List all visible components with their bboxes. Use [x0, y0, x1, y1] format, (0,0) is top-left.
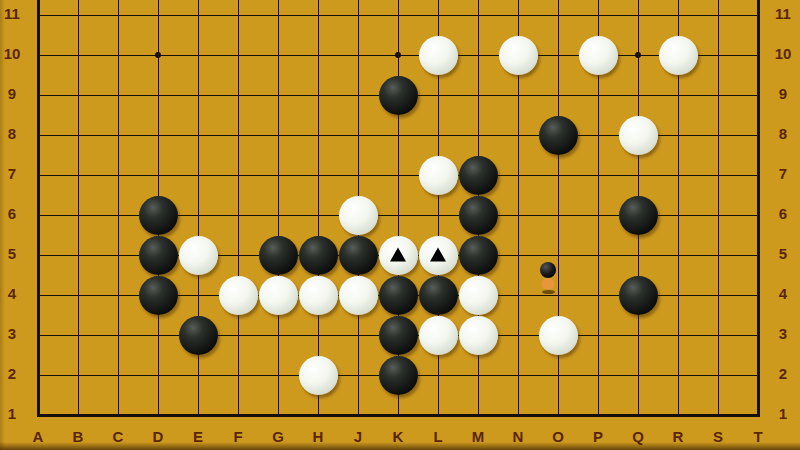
- point-L5[interactable]: [418, 235, 458, 275]
- point-Q5[interactable]: [618, 235, 658, 275]
- point-O10[interactable]: [538, 35, 578, 75]
- point-G2[interactable]: [258, 355, 298, 395]
- point-L4[interactable]: [418, 275, 458, 315]
- star-point-Q10: [635, 52, 641, 58]
- point-J2[interactable]: [338, 355, 378, 395]
- point-L6[interactable]: [418, 195, 458, 235]
- row-label-right-4: 4: [768, 285, 798, 302]
- white-stone-F4: [219, 276, 258, 315]
- board-right-edge: [757, 0, 760, 417]
- row-label-right-7: 7: [768, 165, 798, 182]
- white-stone-K5: [379, 236, 418, 275]
- black-stone-K3: [379, 316, 418, 355]
- black-stone-E3: [179, 316, 218, 355]
- point-D2[interactable]: [138, 355, 178, 395]
- point-M7[interactable]: [458, 155, 498, 195]
- point-N2[interactable]: [498, 355, 538, 395]
- point-J5[interactable]: [338, 235, 378, 275]
- point-S2[interactable]: [698, 355, 738, 395]
- left-edge-shading: [0, 0, 5, 450]
- point-M11[interactable]: [458, 0, 498, 35]
- triangle-marker-L5: [430, 247, 446, 261]
- point-L11[interactable]: [418, 0, 458, 35]
- point-P2[interactable]: [578, 355, 618, 395]
- point-P5[interactable]: [578, 235, 618, 275]
- point-S3[interactable]: [698, 315, 738, 355]
- black-stone-M5: [459, 236, 498, 275]
- point-G4[interactable]: [258, 275, 298, 315]
- go-board-screen: ABCDEFGHJKLMNOPQRST112233445566778899101…: [0, 0, 800, 450]
- point-E7[interactable]: [178, 155, 218, 195]
- point-H5[interactable]: [298, 235, 338, 275]
- black-stone-L4: [419, 276, 458, 315]
- point-Q3[interactable]: [618, 315, 658, 355]
- white-stone-L3: [419, 316, 458, 355]
- point-D10[interactable]: [138, 35, 178, 75]
- hand-holding-black-stone-cursor: [540, 262, 557, 295]
- point-N3[interactable]: [498, 315, 538, 355]
- point-G3[interactable]: [258, 315, 298, 355]
- black-stone-D5: [139, 236, 178, 275]
- point-O2[interactable]: [538, 355, 578, 395]
- row-label-right-3: 3: [768, 325, 798, 342]
- point-C2[interactable]: [98, 355, 138, 395]
- point-F8[interactable]: [218, 115, 258, 155]
- point-O6[interactable]: [538, 195, 578, 235]
- point-F7[interactable]: [218, 155, 258, 195]
- black-stone-G5: [259, 236, 298, 275]
- point-P3[interactable]: [578, 315, 618, 355]
- white-stone-J4: [339, 276, 378, 315]
- point-H9[interactable]: [298, 75, 338, 115]
- white-stone-L5: [419, 236, 458, 275]
- point-K4[interactable]: [378, 275, 418, 315]
- point-M6[interactable]: [458, 195, 498, 235]
- white-stone-M3: [459, 316, 498, 355]
- point-H7[interactable]: [298, 155, 338, 195]
- point-E11[interactable]: [178, 0, 218, 35]
- white-stone-L7: [419, 156, 458, 195]
- point-Q10[interactable]: [618, 35, 658, 75]
- point-P7[interactable]: [578, 155, 618, 195]
- point-E2[interactable]: [178, 355, 218, 395]
- point-K2[interactable]: [378, 355, 418, 395]
- point-J6[interactable]: [338, 195, 378, 235]
- point-O3[interactable]: [538, 315, 578, 355]
- point-M5[interactable]: [458, 235, 498, 275]
- point-C6[interactable]: [98, 195, 138, 235]
- point-S8[interactable]: [698, 115, 738, 155]
- point-G6[interactable]: [258, 195, 298, 235]
- board-bottom-edge: [37, 414, 760, 417]
- black-stone-H5: [299, 236, 338, 275]
- point-C3[interactable]: [98, 315, 138, 355]
- point-Q9[interactable]: [618, 75, 658, 115]
- black-stone-D6: [139, 196, 178, 235]
- black-stone-K4: [379, 276, 418, 315]
- point-J8[interactable]: [338, 115, 378, 155]
- white-stone-E5: [179, 236, 218, 275]
- white-stone-P10: [579, 36, 618, 75]
- point-B3[interactable]: [58, 315, 98, 355]
- point-N6[interactable]: [498, 195, 538, 235]
- point-K7[interactable]: [378, 155, 418, 195]
- point-L9[interactable]: [418, 75, 458, 115]
- point-J4[interactable]: [338, 275, 378, 315]
- point-P9[interactable]: [578, 75, 618, 115]
- black-stone-K9: [379, 76, 418, 115]
- white-stone-O3: [539, 316, 578, 355]
- white-stone-G4: [259, 276, 298, 315]
- row-label-right-9: 9: [768, 85, 798, 102]
- point-R6[interactable]: [658, 195, 698, 235]
- board-left-edge: [37, 0, 40, 417]
- point-R2[interactable]: [658, 355, 698, 395]
- point-H4[interactable]: [298, 275, 338, 315]
- point-B8[interactable]: [58, 115, 98, 155]
- point-J3[interactable]: [338, 315, 378, 355]
- point-M3[interactable]: [458, 315, 498, 355]
- black-stone-Q4: [619, 276, 658, 315]
- point-K9[interactable]: [378, 75, 418, 115]
- go-board-grid: [18, 0, 778, 435]
- point-G5[interactable]: [258, 235, 298, 275]
- point-J7[interactable]: [338, 155, 378, 195]
- point-C9[interactable]: [98, 75, 138, 115]
- point-H11[interactable]: [298, 0, 338, 35]
- point-O7[interactable]: [538, 155, 578, 195]
- white-stone-J6: [339, 196, 378, 235]
- point-B10[interactable]: [58, 35, 98, 75]
- black-stone-D4: [139, 276, 178, 315]
- point-M2[interactable]: [458, 355, 498, 395]
- point-S6[interactable]: [698, 195, 738, 235]
- point-Q7[interactable]: [618, 155, 658, 195]
- point-K6[interactable]: [378, 195, 418, 235]
- white-stone-L10: [419, 36, 458, 75]
- point-L8[interactable]: [418, 115, 458, 155]
- point-P6[interactable]: [578, 195, 618, 235]
- black-stone-M7: [459, 156, 498, 195]
- point-D4[interactable]: [138, 275, 178, 315]
- point-E5[interactable]: [178, 235, 218, 275]
- point-B7[interactable]: [58, 155, 98, 195]
- black-stone-K2: [379, 356, 418, 395]
- point-D3[interactable]: [138, 315, 178, 355]
- point-N7[interactable]: [498, 155, 538, 195]
- point-H8[interactable]: [298, 115, 338, 155]
- point-Q2[interactable]: [618, 355, 658, 395]
- point-R7[interactable]: [658, 155, 698, 195]
- point-B11[interactable]: [58, 0, 98, 35]
- point-E10[interactable]: [178, 35, 218, 75]
- point-F9[interactable]: [218, 75, 258, 115]
- white-stone-Q8: [619, 116, 658, 155]
- point-K5[interactable]: [378, 235, 418, 275]
- point-L7[interactable]: [418, 155, 458, 195]
- row-label-right-10: 10: [768, 45, 798, 62]
- point-M9[interactable]: [458, 75, 498, 115]
- point-H10[interactable]: [298, 35, 338, 75]
- point-S11[interactable]: [698, 0, 738, 35]
- point-L2[interactable]: [418, 355, 458, 395]
- point-C10[interactable]: [98, 35, 138, 75]
- point-F6[interactable]: [218, 195, 258, 235]
- point-N9[interactable]: [498, 75, 538, 115]
- white-stone-H2: [299, 356, 338, 395]
- point-C7[interactable]: [98, 155, 138, 195]
- point-B2[interactable]: [58, 355, 98, 395]
- point-C4[interactable]: [98, 275, 138, 315]
- point-D11[interactable]: [138, 0, 178, 35]
- row-label-right-2: 2: [768, 365, 798, 382]
- point-R5[interactable]: [658, 235, 698, 275]
- point-H6[interactable]: [298, 195, 338, 235]
- point-K11[interactable]: [378, 0, 418, 35]
- point-D5[interactable]: [138, 235, 178, 275]
- point-S5[interactable]: [698, 235, 738, 275]
- point-K10[interactable]: [378, 35, 418, 75]
- point-Q8[interactable]: [618, 115, 658, 155]
- point-F3[interactable]: [218, 315, 258, 355]
- row-label-right-6: 6: [768, 205, 798, 222]
- point-F10[interactable]: [218, 35, 258, 75]
- point-C8[interactable]: [98, 115, 138, 155]
- point-P11[interactable]: [578, 0, 618, 35]
- point-K8[interactable]: [378, 115, 418, 155]
- bottom-edge-shading: [0, 442, 800, 450]
- point-F4[interactable]: [218, 275, 258, 315]
- row-label-right-8: 8: [768, 125, 798, 142]
- point-M8[interactable]: [458, 115, 498, 155]
- point-B4[interactable]: [58, 275, 98, 315]
- point-C11[interactable]: [98, 0, 138, 35]
- point-R10[interactable]: [658, 35, 698, 75]
- cursor-shadow: [542, 290, 555, 294]
- point-S9[interactable]: [698, 75, 738, 115]
- point-E9[interactable]: [178, 75, 218, 115]
- point-G11[interactable]: [258, 0, 298, 35]
- point-D8[interactable]: [138, 115, 178, 155]
- point-D7[interactable]: [138, 155, 178, 195]
- point-R4[interactable]: [658, 275, 698, 315]
- point-N10[interactable]: [498, 35, 538, 75]
- point-N4[interactable]: [498, 275, 538, 315]
- point-E6[interactable]: [178, 195, 218, 235]
- point-J9[interactable]: [338, 75, 378, 115]
- point-M10[interactable]: [458, 35, 498, 75]
- point-E4[interactable]: [178, 275, 218, 315]
- black-stone-O8: [539, 116, 578, 155]
- star-point-K10: [395, 52, 401, 58]
- point-P10[interactable]: [578, 35, 618, 75]
- point-P8[interactable]: [578, 115, 618, 155]
- white-stone-R10: [659, 36, 698, 75]
- point-L3[interactable]: [418, 315, 458, 355]
- point-F5[interactable]: [218, 235, 258, 275]
- point-J11[interactable]: [338, 0, 378, 35]
- white-stone-M4: [459, 276, 498, 315]
- point-S4[interactable]: [698, 275, 738, 315]
- point-F2[interactable]: [218, 355, 258, 395]
- point-O8[interactable]: [538, 115, 578, 155]
- white-stone-N10: [499, 36, 538, 75]
- point-B9[interactable]: [58, 75, 98, 115]
- cursor-black-stone: [540, 262, 556, 278]
- point-Q4[interactable]: [618, 275, 658, 315]
- point-R8[interactable]: [658, 115, 698, 155]
- row-label-right-1: 1: [768, 405, 798, 422]
- point-S10[interactable]: [698, 35, 738, 75]
- point-G8[interactable]: [258, 115, 298, 155]
- point-M4[interactable]: [458, 275, 498, 315]
- point-Q11[interactable]: [618, 0, 658, 35]
- black-stone-M6: [459, 196, 498, 235]
- point-L10[interactable]: [418, 35, 458, 75]
- point-C5[interactable]: [98, 235, 138, 275]
- point-R9[interactable]: [658, 75, 698, 115]
- point-D9[interactable]: [138, 75, 178, 115]
- point-G10[interactable]: [258, 35, 298, 75]
- point-Q6[interactable]: [618, 195, 658, 235]
- row-label-right-11: 11: [768, 5, 798, 22]
- point-E8[interactable]: [178, 115, 218, 155]
- point-N11[interactable]: [498, 0, 538, 35]
- point-O11[interactable]: [538, 0, 578, 35]
- point-B6[interactable]: [58, 195, 98, 235]
- point-R11[interactable]: [658, 0, 698, 35]
- point-G7[interactable]: [258, 155, 298, 195]
- black-stone-Q6: [619, 196, 658, 235]
- point-E3[interactable]: [178, 315, 218, 355]
- white-stone-H4: [299, 276, 338, 315]
- point-P4[interactable]: [578, 275, 618, 315]
- row-label-right-5: 5: [768, 245, 798, 262]
- point-D6[interactable]: [138, 195, 178, 235]
- triangle-marker-K5: [390, 247, 406, 261]
- point-H2[interactable]: [298, 355, 338, 395]
- point-H3[interactable]: [298, 315, 338, 355]
- point-F11[interactable]: [218, 0, 258, 35]
- black-stone-J5: [339, 236, 378, 275]
- cursor-palm: [542, 279, 554, 289]
- point-N8[interactable]: [498, 115, 538, 155]
- point-K3[interactable]: [378, 315, 418, 355]
- point-N5[interactable]: [498, 235, 538, 275]
- point-S7[interactable]: [698, 155, 738, 195]
- point-J10[interactable]: [338, 35, 378, 75]
- point-G9[interactable]: [258, 75, 298, 115]
- point-O9[interactable]: [538, 75, 578, 115]
- point-R3[interactable]: [658, 315, 698, 355]
- star-point-D10: [155, 52, 161, 58]
- point-B5[interactable]: [58, 235, 98, 275]
